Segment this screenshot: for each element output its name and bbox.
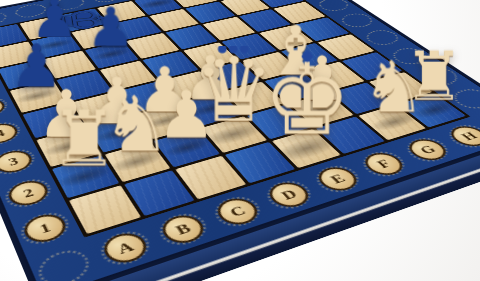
rank-label-4: 4 — [0, 121, 21, 147]
file-label-b: B — [157, 211, 211, 247]
chess-board: ABCDEFGH87654321♚♛●●●♜♜♞♞♝♟♟♟♟♟♟♚♝♟♟♟ — [0, 0, 480, 281]
file-label-a: A — [99, 229, 153, 267]
scene: ABCDEFGH87654321♚♛●●●♜♜♞♞♝♟♟♟♟♟♟♚♝♟♟♟ — [0, 0, 480, 281]
file-label-c: C — [211, 195, 264, 229]
black-b-glyph: ♝ — [132, 0, 183, 4]
rank-label-1: 1 — [20, 210, 71, 246]
piece-stand: ♚ — [263, 50, 351, 148]
white-n-glyph: ♞ — [362, 51, 426, 122]
piece-stand: ♜ — [50, 101, 118, 177]
black-p-glyph: ♟ — [87, 1, 136, 55]
file-label-e: E — [312, 164, 364, 195]
rank-label-3: 3 — [0, 147, 36, 176]
file-label-d: D — [263, 179, 316, 211]
piece-stand: ♝ — [132, 0, 183, 4]
queen-blue-crown-icon: ●●● — [217, 42, 250, 53]
rank-label-2: 2 — [5, 177, 53, 209]
piece-stand: ♟ — [87, 1, 136, 55]
white-r-glyph: ♜ — [50, 101, 118, 177]
photo-frame: ABCDEFGH87654321♚♛●●●♜♜♞♞♝♟♟♟♟♟♟♚♝♟♟♟ — [0, 0, 480, 281]
white-k-glyph: ♚ — [263, 50, 351, 148]
piece-stand: ♞ — [362, 51, 426, 122]
